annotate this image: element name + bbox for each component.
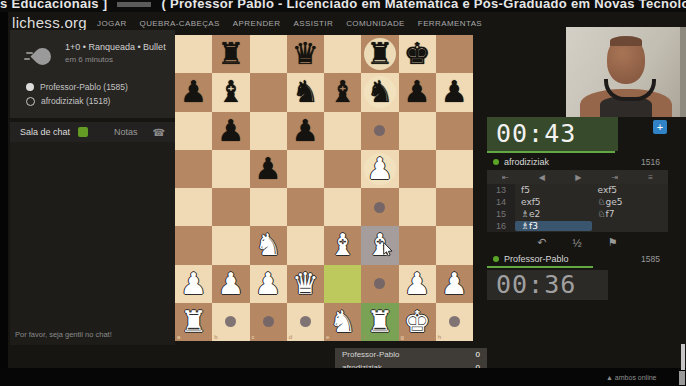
stream-title-marquee: s Educacionais ] ( Professor Pablo - Lic…: [0, 0, 686, 12]
square-e8[interactable]: [324, 35, 361, 73]
marquee-faded-text: [117, 2, 151, 7]
white-clock: 00:36: [487, 270, 608, 300]
bottom-player-name[interactable]: Professor-Pablo: [504, 254, 569, 264]
move-white[interactable]: ♗f3: [515, 221, 592, 231]
game-action-bar: ↶ ½ ⚑: [487, 234, 668, 251]
square-b8[interactable]: ♜: [212, 35, 249, 73]
game-meta-box: 1+0 • Ranqueada • Bullet em 6 minutos Pr…: [10, 30, 175, 118]
piece-black-pawn[interactable]: ♟: [255, 154, 282, 184]
move-list: 13f5exf514exf5♘ge515♗e2♘f716♗f3: [487, 184, 668, 232]
square-b2[interactable]: ♟: [212, 265, 249, 303]
piece-black-pawn[interactable]: ♟: [180, 77, 207, 107]
square-c5[interactable]: ♟: [250, 150, 287, 188]
square-h8[interactable]: [436, 35, 473, 73]
square-h7[interactable]: ♟: [436, 73, 473, 111]
premove-dest-dot: [263, 316, 274, 327]
square-e4[interactable]: [324, 188, 361, 226]
square-a3[interactable]: [175, 226, 212, 264]
first-move-icon[interactable]: ⇤: [502, 173, 509, 182]
bullet-icon: [26, 44, 56, 70]
top-player-row: afrodiziziak 1516: [487, 155, 668, 169]
move-black[interactable]: ♘f7: [592, 209, 669, 219]
square-h3[interactable]: [436, 226, 473, 264]
square-h4[interactable]: [436, 188, 473, 226]
menu-item-jogar[interactable]: JOGAR: [97, 19, 127, 28]
prev-move-icon[interactable]: ◀: [539, 173, 545, 182]
square-c3[interactable]: ♞: [250, 226, 287, 264]
square-c1[interactable]: c: [250, 303, 287, 341]
square-d2[interactable]: ♛: [287, 265, 324, 303]
top-player-rating: 1516: [641, 157, 660, 167]
square-h5[interactable]: [436, 150, 473, 188]
scrollbar[interactable]: [681, 344, 685, 370]
piece-black-bishop[interactable]: ♝: [329, 77, 356, 107]
move-white[interactable]: ♗e2: [515, 209, 592, 219]
piece-white-pawn[interactable]: ♟: [180, 269, 207, 299]
phone-icon[interactable]: ☎: [153, 127, 165, 138]
square-c4[interactable]: [250, 188, 287, 226]
webcam-video: [566, 27, 686, 117]
move-row: 15♗e2♘f7: [487, 208, 668, 220]
square-f6[interactable]: [361, 112, 398, 150]
move-number: 15: [487, 208, 515, 220]
square-a6[interactable]: [175, 112, 212, 150]
game-meta-line2: em 6 minutos: [65, 55, 113, 64]
resign-flag-button[interactable]: ⚑: [608, 236, 618, 249]
premove-dest-dot: [374, 202, 385, 213]
file-coordinate: f: [363, 334, 365, 340]
piece-white-rook[interactable]: ♜: [180, 307, 207, 337]
score-row: Professor-Pablo0: [335, 348, 487, 361]
square-f4[interactable]: [361, 188, 398, 226]
move-number: 14: [487, 196, 515, 208]
move-number: 13: [487, 184, 515, 196]
piece-black-queen[interactable]: ♛: [292, 39, 319, 69]
square-f5[interactable]: ♟: [361, 150, 398, 188]
online-dot: [493, 256, 499, 262]
piece-black-king[interactable]: ♚: [404, 39, 431, 69]
square-e3[interactable]: ♝: [324, 226, 361, 264]
online-dot: [493, 159, 499, 165]
bottom-player-row: Professor-Pablo 1585: [487, 252, 668, 266]
move-white[interactable]: exf5: [515, 197, 592, 207]
square-e5[interactable]: [324, 150, 361, 188]
file-coordinate: a: [177, 334, 180, 340]
online-status-label: ▲ ambos online: [606, 374, 657, 381]
square-g7[interactable]: ♟: [399, 73, 436, 111]
menu-item-comunidade[interactable]: COMUNIDADE: [346, 19, 405, 28]
square-g1[interactable]: ♚g: [399, 303, 436, 341]
piece-white-knight[interactable]: ♞: [255, 230, 282, 260]
square-h2[interactable]: ♟: [436, 265, 473, 303]
square-d1[interactable]: d: [287, 303, 324, 341]
score-value: 0: [476, 350, 480, 359]
chat-toggle[interactable]: [78, 127, 88, 137]
letterbox-bottom: [0, 368, 686, 386]
webcam-edge-shadow: [680, 27, 686, 117]
piece-black-rook[interactable]: ♜: [366, 39, 393, 69]
main-menu: JOGARQUEBRA-CABEÇASAPRENDERASSISTIRCOMUN…: [97, 19, 482, 28]
piece-black-pawn[interactable]: ♟: [404, 77, 431, 107]
square-c2[interactable]: ♟: [250, 265, 287, 303]
black-time-bar: [487, 151, 615, 153]
add-time-button[interactable]: +: [653, 120, 667, 134]
mouse-cursor-icon: [382, 242, 394, 257]
menu-item-assistir[interactable]: ASSISTIR: [294, 19, 334, 28]
premove-dest-dot: [225, 316, 236, 327]
square-a5[interactable]: [175, 150, 212, 188]
stream-frame: s Educacionais ] ( Professor Pablo - Lic…: [0, 0, 686, 386]
piece-white-knight[interactable]: ♞: [329, 307, 356, 337]
next-move-icon[interactable]: ▶: [575, 173, 581, 182]
move-row: 16♗f3: [487, 220, 668, 232]
piece-white-bishop[interactable]: ♝: [329, 230, 356, 260]
white-player-name[interactable]: Professor-Pablo (1585): [40, 82, 128, 92]
tab-chat[interactable]: Sala de chat: [20, 127, 70, 137]
square-c7[interactable]: [250, 73, 287, 111]
last-move-icon[interactable]: ⇥: [611, 173, 618, 182]
move-white[interactable]: f5: [515, 185, 592, 195]
piece-white-rook[interactable]: ♜: [366, 307, 393, 337]
lichess-logo[interactable]: lichess.org: [12, 14, 87, 31]
square-g2[interactable]: ♟: [399, 265, 436, 303]
square-a4[interactable]: [175, 188, 212, 226]
square-b5[interactable]: [212, 150, 249, 188]
game-meta-line1: 1+0 • Ranqueada • Bullet: [65, 42, 166, 52]
file-coordinate: d: [289, 334, 292, 340]
premove-dest-dot: [449, 316, 460, 327]
white-piece-icon: [26, 83, 34, 91]
marquee-text-left: s Educacionais ]: [0, 0, 107, 10]
streamer-hair: [610, 36, 642, 46]
square-g8[interactable]: ♚: [399, 35, 436, 73]
piece-black-rook[interactable]: ♜: [217, 39, 244, 69]
piece-white-pawn[interactable]: ♟: [255, 269, 282, 299]
draw-offer-button[interactable]: ½: [573, 237, 582, 249]
square-b6[interactable]: ♟: [212, 112, 249, 150]
square-e2[interactable]: [324, 265, 361, 303]
file-coordinate: b: [214, 334, 217, 340]
square-f7[interactable]: ♞: [361, 73, 398, 111]
top-player-name[interactable]: afrodiziziak: [504, 157, 549, 167]
square-d3[interactable]: [287, 226, 324, 264]
piece-black-knight[interactable]: ♞: [292, 77, 319, 107]
piece-white-pawn[interactable]: ♟: [441, 269, 468, 299]
takeback-button[interactable]: ↶: [537, 236, 546, 249]
square-b1[interactable]: b: [212, 303, 249, 341]
menu-item-aprender[interactable]: APRENDER: [233, 19, 281, 28]
move-nav-bar: ⇤◀▶⇥≡: [487, 170, 668, 184]
square-e7[interactable]: ♝: [324, 73, 361, 111]
square-f2[interactable]: [361, 265, 398, 303]
piece-black-pawn[interactable]: ♟: [441, 77, 468, 107]
menu-icon[interactable]: ≡: [648, 173, 653, 182]
square-a8[interactable]: [175, 35, 212, 73]
square-b7[interactable]: ♝: [212, 73, 249, 111]
premove-dest-dot: [374, 278, 385, 289]
piece-white-pawn[interactable]: ♟: [217, 269, 244, 299]
piece-white-queen[interactable]: ♛: [292, 269, 319, 299]
file-coordinate: c: [252, 334, 255, 340]
black-clock: 00:43: [487, 117, 618, 151]
square-g4[interactable]: [399, 188, 436, 226]
square-f1[interactable]: ♜f: [361, 303, 398, 341]
score-player-name: Professor-Pablo: [342, 350, 399, 359]
file-coordinate: h: [438, 334, 441, 340]
premove-dest-dot: [374, 125, 385, 136]
piece-white-pawn[interactable]: ♟: [366, 154, 393, 184]
scrollbar-thumb[interactable]: [679, 371, 685, 385]
square-f3[interactable]: ♝: [361, 226, 398, 264]
square-h1[interactable]: h: [436, 303, 473, 341]
menu-item-quebra-cabeças[interactable]: QUEBRA-CABEÇAS: [140, 19, 220, 28]
bottom-player-rating: 1585: [641, 254, 660, 264]
piece-black-bishop[interactable]: ♝: [217, 77, 244, 107]
chess-board[interactable]: ♜♛♜♚♟♝♞♝♞♟♟♟♟♟♟♞♝♝♟♟♟♛♟♟♜abcd♞e♜f♚gh: [175, 35, 473, 341]
file-coordinate: e: [326, 334, 329, 340]
white-time-bar: [487, 266, 593, 268]
square-d4[interactable]: [287, 188, 324, 226]
menu-item-ferramentas[interactable]: FERRAMENTAS: [418, 19, 482, 28]
square-g6[interactable]: [399, 112, 436, 150]
square-a1[interactable]: ♜a: [175, 303, 212, 341]
black-piece-icon: [26, 97, 35, 106]
move-row: 14exf5♘ge5: [487, 196, 668, 208]
square-b4[interactable]: [212, 188, 249, 226]
move-black[interactable]: ♘ge5: [592, 197, 669, 207]
square-g3[interactable]: [399, 226, 436, 264]
square-d5[interactable]: [287, 150, 324, 188]
premove-dest-dot: [300, 316, 311, 327]
piece-white-king[interactable]: ♚: [404, 307, 431, 337]
piece-black-pawn[interactable]: ♟: [292, 116, 319, 146]
square-c6[interactable]: [250, 112, 287, 150]
tab-notes[interactable]: Notas: [114, 127, 138, 137]
square-e6[interactable]: [324, 112, 361, 150]
chat-tabs: Sala de chat Notas ☎: [10, 122, 175, 142]
square-d7[interactable]: ♞: [287, 73, 324, 111]
square-a7[interactable]: ♟: [175, 73, 212, 111]
move-black[interactable]: exf5: [592, 185, 669, 195]
square-d8[interactable]: ♛: [287, 35, 324, 73]
black-player-name[interactable]: afrodiziziak (1518): [41, 96, 110, 106]
move-number: 16: [487, 220, 515, 232]
square-e1[interactable]: ♞e: [324, 303, 361, 341]
square-c8[interactable]: [250, 35, 287, 73]
chat-notice: Por favor, seja gentil no chat!: [15, 330, 112, 339]
piece-white-pawn[interactable]: ♟: [404, 269, 431, 299]
black-player-row[interactable]: afrodiziziak (1518): [26, 96, 110, 106]
square-b3[interactable]: [212, 226, 249, 264]
piece-black-knight[interactable]: ♞: [366, 77, 393, 107]
square-h6[interactable]: [436, 112, 473, 150]
white-player-row[interactable]: Professor-Pablo (1585): [26, 82, 128, 92]
chat-panel: Por favor, seja gentil no chat!: [10, 142, 175, 345]
square-f8[interactable]: ♜: [361, 35, 398, 73]
marquee-text-right: ( Professor Pablo - Licenciado em Matemá…: [161, 0, 686, 10]
square-a2[interactable]: ♟: [175, 265, 212, 303]
square-g5[interactable]: [399, 150, 436, 188]
piece-black-pawn[interactable]: ♟: [217, 116, 244, 146]
move-row: 13f5exf5: [487, 184, 668, 196]
file-coordinate: g: [401, 334, 404, 340]
square-d6[interactable]: ♟: [287, 112, 324, 150]
